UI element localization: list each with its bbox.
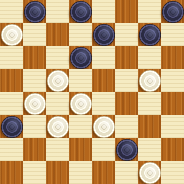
square-r4c0	[0, 92, 23, 115]
black-piece[interactable]	[139, 24, 161, 46]
square-r5c0[interactable]	[0, 115, 23, 138]
black-piece[interactable]	[70, 47, 92, 69]
white-piece[interactable]	[1, 24, 23, 46]
board	[0, 0, 184, 184]
square-r7c1	[23, 161, 46, 184]
white-piece[interactable]	[93, 116, 115, 138]
square-r3c1	[23, 69, 46, 92]
square-r7c4[interactable]	[92, 161, 115, 184]
square-r4c2	[46, 92, 69, 115]
square-r6c1[interactable]	[23, 138, 46, 161]
square-r0c7[interactable]	[161, 0, 184, 23]
square-r0c3[interactable]	[69, 0, 92, 23]
black-piece[interactable]	[70, 1, 92, 23]
square-r5c6[interactable]	[138, 115, 161, 138]
square-r1c5	[115, 23, 138, 46]
square-r1c1	[23, 23, 46, 46]
square-r2c6	[138, 46, 161, 69]
square-r5c4[interactable]	[92, 115, 115, 138]
square-r3c7	[161, 69, 184, 92]
square-r6c4	[92, 138, 115, 161]
square-r6c3[interactable]	[69, 138, 92, 161]
square-r0c0	[0, 0, 23, 23]
square-r5c7	[161, 115, 184, 138]
black-piece[interactable]	[24, 1, 46, 23]
square-r2c3[interactable]	[69, 46, 92, 69]
square-r0c1[interactable]	[23, 0, 46, 23]
square-r6c6	[138, 138, 161, 161]
square-r6c2	[46, 138, 69, 161]
square-r1c4[interactable]	[92, 23, 115, 46]
square-r3c2[interactable]	[46, 69, 69, 92]
white-piece[interactable]	[139, 162, 161, 184]
checkers-app	[0, 0, 184, 184]
square-r5c3	[69, 115, 92, 138]
square-r2c2	[46, 46, 69, 69]
square-r7c7	[161, 161, 184, 184]
square-r7c2[interactable]	[46, 161, 69, 184]
square-r3c4[interactable]	[92, 69, 115, 92]
black-piece[interactable]	[1, 116, 23, 138]
square-r4c6	[138, 92, 161, 115]
square-r0c4	[92, 0, 115, 23]
square-r4c5[interactable]	[115, 92, 138, 115]
square-r6c0	[0, 138, 23, 161]
white-piece[interactable]	[24, 93, 46, 115]
white-piece[interactable]	[70, 93, 92, 115]
square-r3c3	[69, 69, 92, 92]
square-r3c5	[115, 69, 138, 92]
black-piece[interactable]	[116, 139, 138, 161]
square-r5c2[interactable]	[46, 115, 69, 138]
square-r6c7[interactable]	[161, 138, 184, 161]
square-r2c5[interactable]	[115, 46, 138, 69]
square-r5c1	[23, 115, 46, 138]
square-r1c7	[161, 23, 184, 46]
square-r6c5[interactable]	[115, 138, 138, 161]
square-r4c4	[92, 92, 115, 115]
white-piece[interactable]	[139, 70, 161, 92]
square-r4c7[interactable]	[161, 92, 184, 115]
black-piece[interactable]	[162, 1, 184, 23]
square-r7c5	[115, 161, 138, 184]
square-r1c3	[69, 23, 92, 46]
square-r3c0[interactable]	[0, 69, 23, 92]
square-r0c6	[138, 0, 161, 23]
square-r5c5	[115, 115, 138, 138]
square-r2c4	[92, 46, 115, 69]
square-r2c7[interactable]	[161, 46, 184, 69]
square-r0c2	[46, 0, 69, 23]
square-r4c3[interactable]	[69, 92, 92, 115]
square-r3c6[interactable]	[138, 69, 161, 92]
square-r4c1[interactable]	[23, 92, 46, 115]
square-r0c5[interactable]	[115, 0, 138, 23]
square-r2c1[interactable]	[23, 46, 46, 69]
white-piece[interactable]	[47, 116, 69, 138]
square-r7c3	[69, 161, 92, 184]
square-r1c6[interactable]	[138, 23, 161, 46]
square-r2c0	[0, 46, 23, 69]
square-r1c0[interactable]	[0, 23, 23, 46]
white-piece[interactable]	[47, 70, 69, 92]
square-r1c2[interactable]	[46, 23, 69, 46]
black-piece[interactable]	[93, 24, 115, 46]
square-r7c0[interactable]	[0, 161, 23, 184]
square-r7c6[interactable]	[138, 161, 161, 184]
